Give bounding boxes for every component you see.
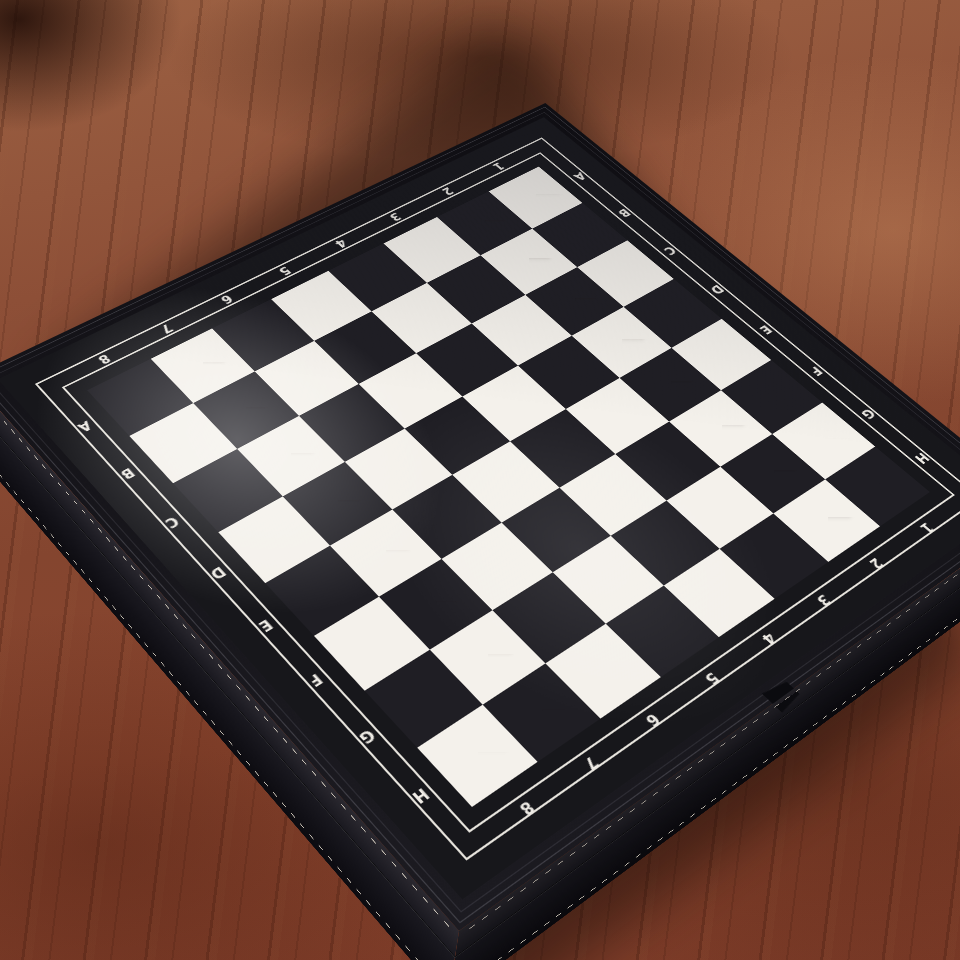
photo-stage: AABBCCDDEEFFGGHH1122334455667788 ♜♞♝♚♛♝♞… — [0, 0, 960, 960]
dark-pawn-icon: ♟ — [795, 403, 860, 525]
scene: AABBCCDDEEFFGGHH1122334455667788 ♜♞♝♚♛♝♞… — [0, 0, 960, 960]
light-rook-icon: ♜ — [433, 592, 523, 760]
